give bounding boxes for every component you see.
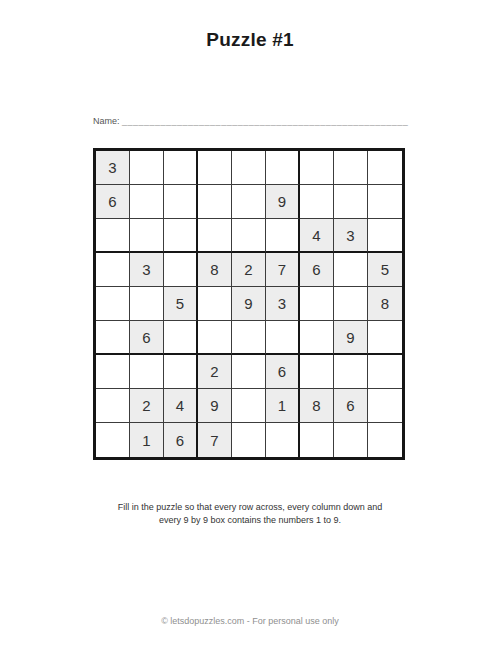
sudoku-cell-given: 3: [130, 253, 164, 287]
page-title: Puzzle #1: [0, 29, 500, 51]
sudoku-cell-given: 9: [232, 287, 266, 321]
sudoku-cell-empty[interactable]: [232, 355, 266, 389]
sudoku-cell-given: 6: [266, 355, 300, 389]
sudoku-cell-empty[interactable]: [368, 321, 402, 355]
name-row: Name: __________________________________…: [93, 116, 408, 126]
sudoku-cell-empty[interactable]: [368, 389, 402, 423]
sudoku-cell-given: 3: [334, 219, 368, 253]
sudoku-cell-empty[interactable]: [164, 185, 198, 219]
sudoku-cell-given: 7: [198, 423, 232, 457]
sudoku-cell-empty[interactable]: [96, 219, 130, 253]
sudoku-cell-empty[interactable]: [300, 355, 334, 389]
sudoku-cell-empty[interactable]: [198, 321, 232, 355]
name-label: Name:: [93, 116, 120, 126]
sudoku-cell-empty[interactable]: [96, 287, 130, 321]
sudoku-cell-given: 1: [266, 389, 300, 423]
sudoku-cell-empty[interactable]: [368, 355, 402, 389]
sudoku-cell-empty[interactable]: [96, 355, 130, 389]
sudoku-cell-empty[interactable]: [130, 355, 164, 389]
sudoku-cell-given: 8: [198, 253, 232, 287]
instructions-line-1: Fill in the puzzle so that every row acr…: [0, 501, 500, 514]
sudoku-board: 3694338276559386926249186167: [93, 148, 405, 460]
sudoku-cell-given: 6: [300, 253, 334, 287]
sudoku-cell-empty[interactable]: [232, 423, 266, 457]
sudoku-cell-empty[interactable]: [130, 185, 164, 219]
sudoku-cell-empty[interactable]: [164, 253, 198, 287]
sudoku-cell-given: 5: [368, 253, 402, 287]
sudoku-cell-given: 4: [300, 219, 334, 253]
sudoku-cell-given: 3: [96, 151, 130, 185]
sudoku-cell-empty[interactable]: [96, 253, 130, 287]
sudoku-cell-given: 7: [266, 253, 300, 287]
sudoku-cell-empty[interactable]: [266, 219, 300, 253]
sudoku-cell-given: 6: [334, 389, 368, 423]
sudoku-cell-empty[interactable]: [300, 321, 334, 355]
sudoku-cell-empty[interactable]: [164, 321, 198, 355]
sudoku-cell-empty[interactable]: [334, 355, 368, 389]
sudoku-cell-empty[interactable]: [368, 423, 402, 457]
name-blank-line: ________________________________________…: [122, 116, 408, 126]
sudoku-cell-empty[interactable]: [232, 389, 266, 423]
sudoku-cell-empty[interactable]: [334, 253, 368, 287]
sudoku-cell-empty[interactable]: [164, 355, 198, 389]
sudoku-cell-given: 3: [266, 287, 300, 321]
puzzle-page: Puzzle #1 Name: ________________________…: [0, 0, 500, 647]
sudoku-cell-empty[interactable]: [198, 219, 232, 253]
sudoku-cell-given: 9: [334, 321, 368, 355]
sudoku-cell-empty[interactable]: [96, 389, 130, 423]
sudoku-cell-given: 2: [232, 253, 266, 287]
sudoku-cell-empty[interactable]: [164, 219, 198, 253]
sudoku-cell-given: 9: [198, 389, 232, 423]
sudoku-cell-given: 6: [164, 423, 198, 457]
sudoku-cell-empty[interactable]: [300, 151, 334, 185]
sudoku-cell-empty[interactable]: [334, 423, 368, 457]
sudoku-cell-empty[interactable]: [198, 185, 232, 219]
sudoku-cell-empty[interactable]: [130, 219, 164, 253]
instructions-line-2: every 9 by 9 box contains the numbers 1 …: [0, 514, 500, 527]
sudoku-cell-given: 1: [130, 423, 164, 457]
sudoku-grid: 3694338276559386926249186167: [96, 151, 402, 457]
sudoku-cell-empty[interactable]: [266, 321, 300, 355]
sudoku-cell-empty[interactable]: [266, 151, 300, 185]
sudoku-cell-empty[interactable]: [368, 219, 402, 253]
instructions: Fill in the puzzle so that every row acr…: [0, 501, 500, 526]
sudoku-cell-empty[interactable]: [334, 287, 368, 321]
sudoku-cell-given: 6: [96, 185, 130, 219]
sudoku-cell-empty[interactable]: [300, 185, 334, 219]
sudoku-cell-given: 2: [130, 389, 164, 423]
sudoku-cell-given: 9: [266, 185, 300, 219]
sudoku-cell-empty[interactable]: [334, 185, 368, 219]
sudoku-cell-empty[interactable]: [232, 219, 266, 253]
sudoku-cell-given: 8: [300, 389, 334, 423]
sudoku-cell-empty[interactable]: [96, 423, 130, 457]
footer-copyright: © letsdopuzzles.com - For personal use o…: [0, 616, 500, 626]
sudoku-cell-empty[interactable]: [198, 151, 232, 185]
sudoku-cell-empty[interactable]: [232, 151, 266, 185]
sudoku-cell-empty[interactable]: [164, 151, 198, 185]
sudoku-cell-empty[interactable]: [266, 423, 300, 457]
sudoku-cell-empty[interactable]: [334, 151, 368, 185]
sudoku-cell-empty[interactable]: [198, 287, 232, 321]
sudoku-cell-empty[interactable]: [130, 287, 164, 321]
sudoku-cell-empty[interactable]: [368, 151, 402, 185]
sudoku-cell-empty[interactable]: [130, 151, 164, 185]
sudoku-cell-given: 2: [198, 355, 232, 389]
sudoku-cell-given: 6: [130, 321, 164, 355]
sudoku-cell-empty[interactable]: [232, 321, 266, 355]
sudoku-cell-empty[interactable]: [232, 185, 266, 219]
sudoku-cell-empty[interactable]: [96, 321, 130, 355]
sudoku-cell-empty[interactable]: [368, 185, 402, 219]
sudoku-cell-empty[interactable]: [300, 287, 334, 321]
sudoku-cell-given: 8: [368, 287, 402, 321]
sudoku-cell-given: 4: [164, 389, 198, 423]
sudoku-cell-empty[interactable]: [300, 423, 334, 457]
sudoku-cell-given: 5: [164, 287, 198, 321]
